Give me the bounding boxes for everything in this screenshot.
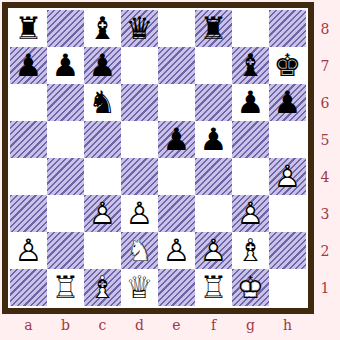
piece-outline: ♕: [126, 272, 154, 303]
piece-outline: ♗: [89, 272, 117, 303]
square-e7[interactable]: [158, 47, 195, 84]
piece-black-pawn[interactable]: ♟: [47, 47, 84, 84]
piece-black-king[interactable]: ♚: [269, 47, 306, 84]
file-label-a: a: [10, 312, 47, 338]
piece-white-knight[interactable]: ♞♘: [121, 232, 158, 269]
file-labels: a b c d e f g h: [10, 312, 306, 338]
square-e1[interactable]: [158, 269, 195, 306]
piece-outline: ♘: [126, 235, 154, 266]
square-a1[interactable]: [10, 269, 47, 306]
square-c5[interactable]: [84, 121, 121, 158]
square-f2[interactable]: ♟♙: [195, 232, 232, 269]
piece-outline: ♗: [237, 235, 265, 266]
square-f7[interactable]: [195, 47, 232, 84]
square-h4[interactable]: ♟♙: [269, 158, 306, 195]
file-label-g: g: [232, 312, 269, 338]
square-d2[interactable]: ♞♘: [121, 232, 158, 269]
file-label-e: e: [158, 312, 195, 338]
piece-white-bishop[interactable]: ♝♗: [232, 232, 269, 269]
square-a6[interactable]: [10, 84, 47, 121]
square-g1[interactable]: ♚♔: [232, 269, 269, 306]
square-c6[interactable]: ♞: [84, 84, 121, 121]
square-a3[interactable]: [10, 195, 47, 232]
piece-white-queen[interactable]: ♛♕: [121, 269, 158, 306]
piece-black-pawn[interactable]: ♟: [232, 84, 269, 121]
piece-white-pawn[interactable]: ♟♙: [84, 195, 121, 232]
square-d1[interactable]: ♛♕: [121, 269, 158, 306]
square-g2[interactable]: ♝♗: [232, 232, 269, 269]
piece-white-king[interactable]: ♚♔: [232, 269, 269, 306]
piece-white-pawn[interactable]: ♟♙: [158, 232, 195, 269]
square-d4[interactable]: [121, 158, 158, 195]
square-c1[interactable]: ♝♗: [84, 269, 121, 306]
square-g5[interactable]: [232, 121, 269, 158]
square-f1[interactable]: ♜♖: [195, 269, 232, 306]
piece-outline: ♔: [237, 272, 265, 303]
square-e5[interactable]: ♟: [158, 121, 195, 158]
file-label-c: c: [84, 312, 121, 338]
square-f4[interactable]: [195, 158, 232, 195]
piece-black-bishop[interactable]: ♝: [84, 10, 121, 47]
square-b3[interactable]: [47, 195, 84, 232]
piece-black-pawn[interactable]: ♟: [195, 121, 232, 158]
piece-black-queen[interactable]: ♛: [121, 10, 158, 47]
file-label-d: d: [121, 312, 158, 338]
square-g6[interactable]: ♟: [232, 84, 269, 121]
square-h7[interactable]: ♚: [269, 47, 306, 84]
square-c4[interactable]: [84, 158, 121, 195]
square-e3[interactable]: [158, 195, 195, 232]
square-f8[interactable]: ♜: [195, 10, 232, 47]
piece-black-pawn[interactable]: ♟: [84, 47, 121, 84]
rank-label-3: 3: [312, 195, 338, 232]
piece-outline: ♙: [126, 198, 154, 229]
piece-white-pawn[interactable]: ♟♙: [10, 232, 47, 269]
piece-outline: ♙: [200, 235, 228, 266]
square-d6[interactable]: [121, 84, 158, 121]
piece-outline: ♙: [15, 235, 43, 266]
piece-outline: ♙: [274, 161, 302, 192]
square-e6[interactable]: [158, 84, 195, 121]
piece-outline: ♙: [89, 198, 117, 229]
square-c7[interactable]: ♟: [84, 47, 121, 84]
piece-outline: ♖: [200, 272, 228, 303]
square-f3[interactable]: [195, 195, 232, 232]
square-b4[interactable]: [47, 158, 84, 195]
piece-white-rook[interactable]: ♜♖: [195, 269, 232, 306]
piece-white-pawn[interactable]: ♟♙: [232, 195, 269, 232]
square-a2[interactable]: ♟♙: [10, 232, 47, 269]
square-b2[interactable]: [47, 232, 84, 269]
rank-labels: 8 7 6 5 4 3 2 1: [312, 10, 338, 306]
square-h1[interactable]: [269, 269, 306, 306]
square-d8[interactable]: ♛: [121, 10, 158, 47]
file-label-f: f: [195, 312, 232, 338]
piece-black-rook[interactable]: ♜: [10, 10, 47, 47]
square-b8[interactable]: [47, 10, 84, 47]
square-g3[interactable]: ♟♙: [232, 195, 269, 232]
square-f6[interactable]: [195, 84, 232, 121]
square-d7[interactable]: [121, 47, 158, 84]
square-c8[interactable]: ♝: [84, 10, 121, 47]
rank-label-7: 7: [312, 47, 338, 84]
piece-white-pawn[interactable]: ♟♙: [195, 232, 232, 269]
chessboard-frame: ♜♝♛♜♟♟♟♝♚♞♟♟♟♟♟♙♟♙♟♙♟♙♟♙♞♘♟♙♟♙♝♗♜♖♝♗♛♕♜♖…: [2, 2, 314, 314]
piece-black-knight[interactable]: ♞: [84, 84, 121, 121]
square-h2[interactable]: [269, 232, 306, 269]
piece-outline: ♖: [52, 272, 80, 303]
square-d3[interactable]: ♟♙: [121, 195, 158, 232]
square-c3[interactable]: ♟♙: [84, 195, 121, 232]
rank-label-6: 6: [312, 84, 338, 121]
square-b1[interactable]: ♜♖: [47, 269, 84, 306]
square-h5[interactable]: [269, 121, 306, 158]
rank-label-1: 1: [312, 269, 338, 306]
square-d5[interactable]: [121, 121, 158, 158]
square-e2[interactable]: ♟♙: [158, 232, 195, 269]
square-h3[interactable]: [269, 195, 306, 232]
square-g7[interactable]: ♝: [232, 47, 269, 84]
rank-label-4: 4: [312, 158, 338, 195]
piece-black-pawn[interactable]: ♟: [158, 121, 195, 158]
rank-label-2: 2: [312, 232, 338, 269]
square-a4[interactable]: [10, 158, 47, 195]
square-h8[interactable]: [269, 10, 306, 47]
square-b7[interactable]: ♟: [47, 47, 84, 84]
square-a5[interactable]: [10, 121, 47, 158]
piece-outline: ♙: [163, 235, 191, 266]
piece-white-pawn[interactable]: ♟♙: [269, 158, 306, 195]
square-b5[interactable]: [47, 121, 84, 158]
square-g4[interactable]: [232, 158, 269, 195]
page: { "game": "chess", "position": "r1bq1r2/…: [0, 0, 340, 340]
piece-black-pawn[interactable]: ♟: [269, 84, 306, 121]
square-f5[interactable]: ♟: [195, 121, 232, 158]
file-label-b: b: [47, 312, 84, 338]
square-h6[interactable]: ♟: [269, 84, 306, 121]
chessboard-grid: ♜♝♛♜♟♟♟♝♚♞♟♟♟♟♟♙♟♙♟♙♟♙♟♙♞♘♟♙♟♙♝♗♜♖♝♗♛♕♜♖…: [10, 10, 306, 306]
square-e4[interactable]: [158, 158, 195, 195]
piece-black-bishop[interactable]: ♝: [232, 47, 269, 84]
square-g8[interactable]: [232, 10, 269, 47]
file-label-h: h: [269, 312, 306, 338]
square-b6[interactable]: [47, 84, 84, 121]
piece-black-rook[interactable]: ♜: [195, 10, 232, 47]
piece-white-rook[interactable]: ♜♖: [47, 269, 84, 306]
piece-white-pawn[interactable]: ♟♙: [121, 195, 158, 232]
rank-label-8: 8: [312, 10, 338, 47]
piece-outline: ♙: [237, 198, 265, 229]
piece-white-bishop[interactable]: ♝♗: [84, 269, 121, 306]
square-c2[interactable]: [84, 232, 121, 269]
square-e8[interactable]: [158, 10, 195, 47]
rank-label-5: 5: [312, 121, 338, 158]
piece-black-pawn[interactable]: ♟: [10, 47, 47, 84]
square-a8[interactable]: ♜: [10, 10, 47, 47]
square-a7[interactable]: ♟: [10, 47, 47, 84]
